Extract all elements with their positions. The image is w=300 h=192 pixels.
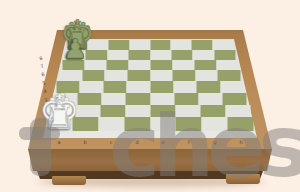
file-label-a: a (57, 140, 60, 145)
board-square-a5 (60, 70, 83, 81)
board-square-f6 (172, 60, 194, 71)
watermark-partial-letter-crossbar (19, 127, 60, 140)
board-square-e5 (150, 70, 173, 81)
board-square-g7 (193, 50, 214, 60)
board-square-h8 (212, 40, 233, 50)
board-square-h7 (214, 50, 235, 60)
board-square-d6 (128, 60, 150, 71)
board-square-d5 (127, 70, 150, 81)
board-square-h4 (220, 81, 243, 93)
rank-label-7: 7 (39, 64, 44, 70)
board-square-c4 (103, 81, 126, 93)
board-square-g6 (194, 60, 216, 71)
chess-set-photo: abcdefgh 87654321 ♜♞♝♛♚♝♞♜♟♟♟♟♟♟♟♟♟♟♟♟♟♟… (0, 0, 300, 192)
board-square-e7 (150, 50, 171, 60)
rank-label-6: 6 (41, 72, 46, 78)
board-square-d4 (127, 81, 150, 93)
rank-label-8: 8 (38, 55, 43, 61)
board-square-d8 (129, 40, 150, 50)
piece-green-pawn: ♟ (63, 35, 87, 61)
case-foot-left (52, 176, 86, 185)
board-square-c7 (107, 50, 128, 60)
board-square-f5 (173, 70, 196, 81)
board-square-e8 (150, 40, 171, 50)
board-square-g8 (192, 40, 213, 50)
board-square-h6 (216, 60, 238, 71)
board-square-e6 (150, 60, 172, 71)
watermark-text: chess (109, 103, 300, 189)
board-square-d7 (129, 50, 150, 60)
board-row-rank-4 (57, 81, 244, 93)
board-square-g5 (195, 70, 218, 81)
board-square-c6 (106, 60, 128, 71)
board-row-rank-6 (62, 60, 238, 71)
board-square-c5 (105, 70, 128, 81)
board-square-c8 (109, 40, 130, 50)
board-square-g4 (197, 81, 220, 93)
board-row-rank-5 (60, 70, 241, 81)
board-square-e4 (150, 81, 173, 93)
board-square-b4 (80, 81, 103, 93)
board-square-f7 (171, 50, 192, 60)
board-square-b5 (82, 70, 105, 81)
board-square-f4 (173, 81, 196, 93)
board-square-h5 (218, 70, 241, 81)
board-square-f8 (171, 40, 192, 50)
file-label-b: b (83, 140, 86, 145)
board-square-b3 (78, 93, 102, 105)
